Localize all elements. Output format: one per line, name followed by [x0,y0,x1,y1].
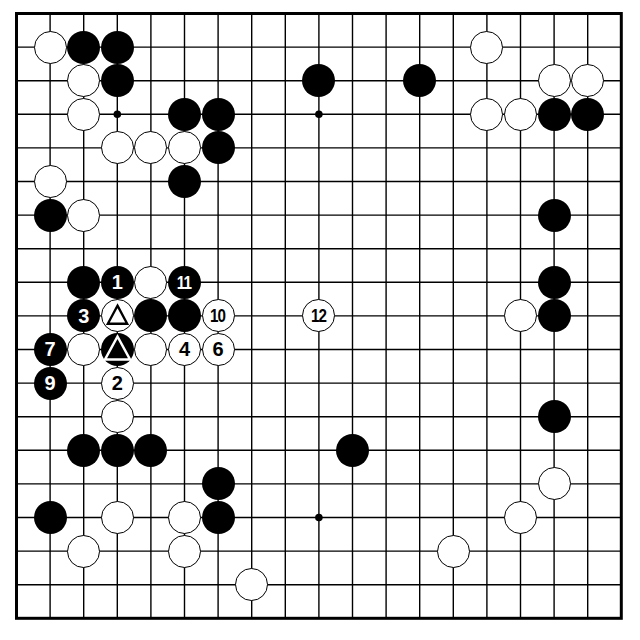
stone-white-17-3 [538,64,571,97]
go-board[interactable]: 1113101274692 [0,0,638,635]
stone-black-18-4 [571,98,604,131]
move-number-label: 6 [213,339,224,359]
stone-black-11-14 [336,434,369,467]
stone-white-15-4 [470,98,503,131]
stone-black-17-10 [538,299,571,332]
stone-white-6-5 [168,131,201,164]
stone-white-3-11 [67,333,100,366]
stone-black-7-16 [202,501,235,534]
stone-black-6-9: 11 [168,266,201,299]
stone-black-3-14 [67,434,100,467]
stone-white-10-10: 12 [302,299,335,332]
stone-black-3-2 [67,31,100,64]
triangle-mark-icon [101,333,134,366]
stone-black-7-15 [202,467,235,500]
triangle-mark-icon [102,300,133,331]
stone-white-4-16 [101,501,134,534]
stone-black-7-5 [202,131,235,164]
stone-white-14-17 [437,535,470,568]
go-diagram-page: 1113101274692 [0,0,640,640]
stone-black-2-12: 9 [34,367,67,400]
stone-black-17-7 [538,199,571,232]
stone-white-4-12: 2 [101,367,134,400]
stone-black-3-9 [67,266,100,299]
stone-white-5-9 [134,266,167,299]
stone-white-7-11: 6 [202,333,235,366]
stone-black-4-2 [101,31,134,64]
stone-black-10-3 [302,64,335,97]
stone-black-5-10 [134,299,167,332]
stone-white-4-10 [101,299,134,332]
stone-black-5-14 [134,434,167,467]
stone-white-18-3 [571,64,604,97]
move-number-label: 9 [45,373,56,393]
stone-white-16-4 [504,98,537,131]
stone-white-3-7 [67,199,100,232]
stone-black-6-4 [168,98,201,131]
stone-white-6-17 [168,535,201,568]
stone-white-4-5 [101,131,134,164]
stone-white-3-4 [67,98,100,131]
stone-black-4-14 [101,434,134,467]
move-number-label: 3 [78,306,89,326]
stone-white-7-10: 10 [202,299,235,332]
move-number-label: 7 [45,339,56,359]
move-number-label: 11 [177,273,191,292]
move-number-label: 1 [112,272,123,292]
stone-black-4-9: 1 [101,266,134,299]
stone-black-4-11 [101,333,134,366]
stone-white-6-11: 4 [168,333,201,366]
stone-white-4-13 [101,400,134,433]
stone-white-6-16 [168,501,201,534]
stone-white-16-10 [504,299,537,332]
stone-black-2-7 [34,199,67,232]
stone-white-2-6 [34,165,67,198]
stone-black-6-6 [168,165,201,198]
stone-white-5-5 [134,131,167,164]
stone-black-17-13 [538,400,571,433]
stone-white-5-11 [134,333,167,366]
stone-black-3-10: 3 [67,299,100,332]
stone-white-16-16 [504,501,537,534]
stone-white-8-18 [235,568,268,601]
move-number-label: 4 [179,339,190,359]
stone-white-15-2 [470,31,503,64]
stone-black-2-16 [34,501,67,534]
stone-white-3-17 [67,535,100,568]
stone-white-17-15 [538,467,571,500]
move-number-label: 2 [112,373,123,393]
stone-white-3-3 [67,64,100,97]
stone-black-4-3 [101,64,134,97]
stone-white-2-2 [34,31,67,64]
stone-black-2-11: 7 [34,333,67,366]
move-number-label: 12 [311,306,326,325]
stone-black-17-4 [538,98,571,131]
stone-black-13-3 [403,64,436,97]
stone-black-6-10 [168,299,201,332]
move-number-label: 10 [210,306,225,325]
stone-black-17-9 [538,266,571,299]
stone-black-7-4 [202,98,235,131]
